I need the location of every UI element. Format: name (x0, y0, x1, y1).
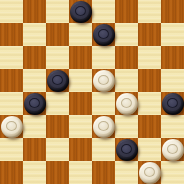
white-man[interactable]: ⛀ (116, 93, 138, 115)
square-g4 (138, 92, 161, 115)
square-e4 (92, 92, 115, 115)
square-g5[interactable] (138, 69, 161, 92)
square-c2 (46, 138, 69, 161)
square-f4[interactable]: ⛀ (115, 92, 138, 115)
square-e7[interactable]: ⛂ (92, 23, 115, 46)
square-d4[interactable] (69, 92, 92, 115)
black-man[interactable]: ⛂ (70, 1, 92, 23)
square-d2[interactable] (69, 138, 92, 161)
square-g3[interactable] (138, 115, 161, 138)
square-f2[interactable]: ⛂ (115, 138, 138, 161)
checkers-board: ⛂⛂⛂⛀⛂⛀⛂⛀⛀⛂⛀⛀ (0, 0, 184, 184)
square-g8 (138, 0, 161, 23)
square-e3[interactable]: ⛀ (92, 115, 115, 138)
square-a7[interactable] (0, 23, 23, 46)
black-man[interactable]: ⛂ (93, 24, 115, 46)
square-b4[interactable]: ⛂ (23, 92, 46, 115)
square-b2[interactable] (23, 138, 46, 161)
square-e5[interactable]: ⛀ (92, 69, 115, 92)
square-b7 (23, 23, 46, 46)
square-a6 (0, 46, 23, 69)
square-c1[interactable] (46, 161, 69, 184)
white-man[interactable]: ⛀ (139, 162, 161, 184)
black-man[interactable]: ⛂ (162, 93, 184, 115)
square-d6[interactable] (69, 46, 92, 69)
square-h8[interactable] (161, 0, 184, 23)
square-c7[interactable] (46, 23, 69, 46)
square-a4 (0, 92, 23, 115)
square-g7[interactable] (138, 23, 161, 46)
square-a5[interactable] (0, 69, 23, 92)
square-d3 (69, 115, 92, 138)
black-man[interactable]: ⛂ (47, 70, 69, 92)
square-f8[interactable] (115, 0, 138, 23)
square-a2 (0, 138, 23, 161)
square-b5 (23, 69, 46, 92)
square-c8 (46, 0, 69, 23)
square-e1[interactable] (92, 161, 115, 184)
square-h2[interactable]: ⛀ (161, 138, 184, 161)
square-c5[interactable]: ⛂ (46, 69, 69, 92)
square-b6[interactable] (23, 46, 46, 69)
square-h3 (161, 115, 184, 138)
square-g1[interactable]: ⛀ (138, 161, 161, 184)
square-d1 (69, 161, 92, 184)
square-d5 (69, 69, 92, 92)
white-man[interactable]: ⛀ (1, 116, 23, 138)
square-c4 (46, 92, 69, 115)
square-e2 (92, 138, 115, 161)
white-man[interactable]: ⛀ (93, 116, 115, 138)
black-man[interactable]: ⛂ (24, 93, 46, 115)
square-h6[interactable] (161, 46, 184, 69)
square-f5 (115, 69, 138, 92)
black-man[interactable]: ⛂ (116, 139, 138, 161)
square-h7 (161, 23, 184, 46)
square-h1 (161, 161, 184, 184)
square-b8[interactable] (23, 0, 46, 23)
square-g6 (138, 46, 161, 69)
square-a1[interactable] (0, 161, 23, 184)
square-b1 (23, 161, 46, 184)
square-f7 (115, 23, 138, 46)
square-c6 (46, 46, 69, 69)
square-h4[interactable]: ⛂ (161, 92, 184, 115)
square-g2 (138, 138, 161, 161)
white-man[interactable]: ⛀ (162, 139, 184, 161)
white-man[interactable]: ⛀ (93, 70, 115, 92)
square-b3 (23, 115, 46, 138)
square-e8 (92, 0, 115, 23)
square-a3[interactable]: ⛀ (0, 115, 23, 138)
square-f1 (115, 161, 138, 184)
square-d7 (69, 23, 92, 46)
square-d8[interactable]: ⛂ (69, 0, 92, 23)
square-h5 (161, 69, 184, 92)
square-c3[interactable] (46, 115, 69, 138)
square-f6[interactable] (115, 46, 138, 69)
square-e6 (92, 46, 115, 69)
square-f3 (115, 115, 138, 138)
square-a8 (0, 0, 23, 23)
